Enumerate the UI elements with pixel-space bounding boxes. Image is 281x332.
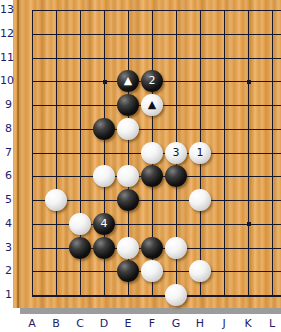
stone-black-F3[interactable]	[141, 237, 163, 259]
stone-white-F2[interactable]	[141, 260, 163, 282]
move-number-1: 1	[197, 142, 204, 164]
col-label-G: G	[168, 316, 184, 331]
stone-white-E6[interactable]	[117, 165, 139, 187]
grid-line-col-J	[224, 10, 225, 297]
col-label-J: J	[216, 316, 232, 331]
row-label-5: 5	[0, 192, 12, 208]
stone-black-E10[interactable]: ▲	[117, 70, 139, 92]
grid-line-col-A	[32, 10, 33, 297]
star-point-D10	[103, 80, 107, 84]
stone-white-D6[interactable]	[93, 165, 115, 187]
stone-white-E3[interactable]	[117, 237, 139, 259]
stone-white-H2[interactable]	[189, 260, 211, 282]
col-label-A: A	[24, 316, 40, 331]
row-label-7: 7	[0, 145, 12, 161]
move-number-2: 2	[149, 70, 156, 92]
col-label-B: B	[48, 316, 64, 331]
board-left-edge-shading	[17, 0, 19, 308]
row-label-13: 13	[0, 2, 12, 18]
stone-white-C4[interactable]	[69, 213, 91, 235]
col-label-H: H	[192, 316, 208, 331]
row-label-9: 9	[0, 97, 12, 113]
row-label-11: 11	[0, 50, 12, 66]
row-label-12: 12	[0, 26, 12, 42]
stone-white-G3[interactable]	[165, 237, 187, 259]
row-label-3: 3	[0, 240, 12, 256]
stone-black-D3[interactable]	[93, 237, 115, 259]
star-point-K10	[247, 80, 251, 84]
grid-line-col-L	[272, 10, 273, 297]
grid-line-row-8	[32, 129, 281, 130]
grid-line-row-11	[32, 58, 281, 59]
grid-line-row-13	[32, 10, 281, 11]
stone-white-H5[interactable]	[189, 189, 211, 211]
grid-line-col-B	[56, 10, 57, 297]
grid-line-row-1	[32, 295, 281, 297]
stone-black-F6[interactable]	[141, 165, 163, 187]
triangle-mark-icon: ▲	[148, 94, 156, 116]
stone-white-F9[interactable]: ▲	[141, 94, 163, 116]
row-label-10: 10	[0, 73, 12, 89]
col-label-K: K	[240, 316, 256, 331]
stone-white-F7[interactable]	[141, 142, 163, 164]
stone-black-D4[interactable]: 4	[93, 213, 115, 235]
row-label-8: 8	[0, 121, 12, 137]
stone-white-H7[interactable]: 1	[189, 142, 211, 164]
grid-line-row-5	[32, 200, 281, 201]
row-label-1: 1	[0, 287, 12, 303]
stone-black-D8[interactable]	[93, 118, 115, 140]
grid-line-row-12	[32, 34, 281, 35]
stone-white-E8[interactable]	[117, 118, 139, 140]
star-point-K4	[247, 222, 251, 226]
col-label-D: D	[96, 316, 112, 331]
board-bottom-shadow	[20, 308, 281, 314]
stone-white-G1[interactable]	[165, 284, 187, 306]
go-diagram: ▲24▲31 13121110987654321 ABCDEFGHJKL	[0, 0, 281, 332]
stone-black-G6[interactable]	[165, 165, 187, 187]
stone-black-C3[interactable]	[69, 237, 91, 259]
stone-black-E9[interactable]	[117, 94, 139, 116]
grid-line-col-K	[248, 10, 249, 297]
stone-black-F10[interactable]: 2	[141, 70, 163, 92]
stone-black-E5[interactable]	[117, 189, 139, 211]
col-label-E: E	[120, 316, 136, 331]
row-label-2: 2	[0, 263, 12, 279]
col-label-F: F	[144, 316, 160, 331]
col-label-L: L	[264, 316, 280, 331]
move-number-3: 3	[173, 142, 180, 164]
row-label-6: 6	[0, 168, 12, 184]
stone-white-G7[interactable]: 3	[165, 142, 187, 164]
stone-white-B5[interactable]	[45, 189, 67, 211]
triangle-mark-icon: ▲	[124, 70, 132, 92]
row-label-4: 4	[0, 216, 12, 232]
move-number-4: 4	[101, 213, 108, 235]
stone-black-E2[interactable]	[117, 260, 139, 282]
col-label-C: C	[72, 316, 88, 331]
